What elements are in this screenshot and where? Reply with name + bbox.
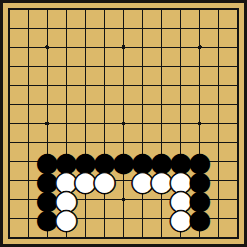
intersection[interactable] — [95, 114, 114, 133]
intersection[interactable]: ● — [57, 171, 76, 190]
intersection[interactable] — [57, 228, 76, 247]
intersection[interactable] — [209, 95, 228, 114]
white-stone[interactable]: ● — [150, 171, 174, 190]
intersection[interactable] — [190, 0, 209, 19]
intersection[interactable] — [38, 0, 57, 19]
intersection[interactable] — [114, 57, 133, 76]
intersection[interactable] — [95, 190, 114, 209]
intersection[interactable] — [0, 190, 19, 209]
intersection[interactable] — [133, 190, 152, 209]
intersection[interactable]: ● — [38, 209, 57, 228]
intersection[interactable] — [209, 171, 228, 190]
intersection[interactable] — [57, 38, 76, 57]
intersection[interactable] — [133, 19, 152, 38]
intersection[interactable] — [76, 95, 95, 114]
white-stone[interactable]: ● — [54, 171, 78, 190]
intersection[interactable] — [209, 133, 228, 152]
intersection[interactable] — [171, 19, 190, 38]
intersection[interactable] — [190, 133, 209, 152]
intersection[interactable] — [19, 76, 38, 95]
intersection[interactable]: ● — [95, 152, 114, 171]
white-stone[interactable]: ● — [93, 171, 117, 190]
black-stone[interactable]: ● — [131, 152, 155, 171]
intersection[interactable] — [152, 114, 171, 133]
intersection[interactable]: ● — [95, 171, 114, 190]
intersection[interactable] — [133, 114, 152, 133]
intersection[interactable] — [0, 95, 19, 114]
intersection[interactable] — [228, 19, 247, 38]
intersection[interactable] — [171, 95, 190, 114]
intersection[interactable] — [209, 114, 228, 133]
black-stone[interactable]: ● — [35, 152, 59, 171]
intersection[interactable] — [57, 19, 76, 38]
intersection[interactable] — [57, 114, 76, 133]
intersection[interactable] — [133, 57, 152, 76]
intersection[interactable] — [171, 57, 190, 76]
intersection[interactable] — [19, 19, 38, 38]
intersection[interactable] — [0, 19, 19, 38]
intersection[interactable] — [76, 209, 95, 228]
intersection[interactable] — [38, 19, 57, 38]
intersection[interactable] — [38, 228, 57, 247]
intersection[interactable]: ● — [57, 190, 76, 209]
intersection[interactable] — [19, 95, 38, 114]
intersection[interactable] — [95, 228, 114, 247]
intersection[interactable] — [19, 209, 38, 228]
intersection[interactable] — [171, 76, 190, 95]
intersection[interactable]: ● — [114, 152, 133, 171]
intersection[interactable] — [209, 190, 228, 209]
intersection[interactable] — [152, 19, 171, 38]
intersection[interactable]: ● — [76, 152, 95, 171]
intersection[interactable] — [57, 76, 76, 95]
intersection[interactable] — [57, 0, 76, 19]
intersection[interactable] — [190, 76, 209, 95]
intersection[interactable] — [0, 0, 19, 19]
intersection[interactable] — [133, 228, 152, 247]
intersection[interactable]: ● — [38, 171, 57, 190]
intersection[interactable] — [38, 76, 57, 95]
white-stone[interactable]: ● — [169, 209, 193, 228]
white-stone[interactable]: ● — [169, 171, 193, 190]
intersection[interactable] — [133, 0, 152, 19]
black-stone[interactable]: ● — [188, 209, 212, 228]
intersection[interactable] — [0, 114, 19, 133]
intersection[interactable]: ● — [76, 171, 95, 190]
intersection[interactable]: ● — [57, 209, 76, 228]
intersection[interactable] — [19, 152, 38, 171]
intersection[interactable]: ● — [190, 209, 209, 228]
intersection[interactable]: ● — [190, 190, 209, 209]
intersection[interactable] — [228, 152, 247, 171]
intersection[interactable] — [38, 57, 57, 76]
intersection[interactable] — [0, 38, 19, 57]
intersection[interactable] — [19, 190, 38, 209]
intersection[interactable] — [114, 171, 133, 190]
intersection[interactable] — [228, 0, 247, 19]
intersection[interactable] — [95, 0, 114, 19]
intersection[interactable] — [209, 57, 228, 76]
black-stone[interactable]: ● — [74, 152, 98, 171]
intersection[interactable]: ● — [133, 171, 152, 190]
intersection[interactable]: ● — [57, 152, 76, 171]
intersection[interactable] — [190, 38, 209, 57]
intersection[interactable] — [152, 228, 171, 247]
intersection[interactable]: ● — [38, 190, 57, 209]
intersection[interactable] — [190, 228, 209, 247]
intersection[interactable] — [76, 19, 95, 38]
intersection[interactable] — [19, 0, 38, 19]
intersection[interactable] — [95, 57, 114, 76]
intersection[interactable] — [38, 38, 57, 57]
black-stone[interactable]: ● — [35, 190, 59, 209]
intersection[interactable] — [95, 209, 114, 228]
intersection[interactable] — [228, 114, 247, 133]
white-stone[interactable]: ● — [131, 171, 155, 190]
intersection[interactable] — [0, 76, 19, 95]
intersection[interactable] — [152, 209, 171, 228]
intersection[interactable] — [228, 76, 247, 95]
black-stone[interactable]: ● — [54, 152, 78, 171]
intersection[interactable] — [57, 95, 76, 114]
intersection[interactable] — [19, 171, 38, 190]
intersection[interactable] — [0, 209, 19, 228]
intersection[interactable] — [133, 95, 152, 114]
black-stone[interactable]: ● — [35, 171, 59, 190]
intersection[interactable] — [190, 114, 209, 133]
intersection[interactable] — [209, 38, 228, 57]
intersection[interactable] — [133, 209, 152, 228]
intersection[interactable]: ● — [171, 190, 190, 209]
intersection[interactable] — [228, 171, 247, 190]
intersection[interactable] — [228, 38, 247, 57]
intersection[interactable] — [19, 133, 38, 152]
intersection[interactable] — [133, 76, 152, 95]
intersection[interactable]: ● — [171, 171, 190, 190]
intersection[interactable] — [114, 76, 133, 95]
intersection[interactable] — [76, 133, 95, 152]
white-stone[interactable]: ● — [54, 209, 78, 228]
intersection[interactable]: ● — [171, 152, 190, 171]
intersection[interactable] — [190, 57, 209, 76]
go-board-diagram: ●●●●●●●●●●●●●●●●●●●●●●●●● — [0, 0, 247, 247]
black-stone[interactable]: ● — [150, 152, 174, 171]
intersection[interactable] — [209, 76, 228, 95]
intersection[interactable] — [0, 57, 19, 76]
intersection[interactable]: ● — [152, 152, 171, 171]
intersection[interactable] — [38, 133, 57, 152]
intersection[interactable] — [190, 95, 209, 114]
intersection[interactable] — [152, 133, 171, 152]
intersection[interactable] — [133, 133, 152, 152]
intersection[interactable] — [19, 228, 38, 247]
goban-grid: ●●●●●●●●●●●●●●●●●●●●●●●●● — [0, 0, 247, 247]
intersection[interactable] — [171, 38, 190, 57]
black-stone[interactable]: ● — [112, 152, 136, 171]
intersection[interactable] — [228, 228, 247, 247]
intersection[interactable] — [114, 19, 133, 38]
intersection[interactable]: ● — [171, 209, 190, 228]
black-stone[interactable]: ● — [188, 190, 212, 209]
intersection[interactable] — [228, 57, 247, 76]
intersection[interactable] — [95, 38, 114, 57]
intersection[interactable] — [152, 190, 171, 209]
black-stone[interactable]: ● — [93, 152, 117, 171]
intersection[interactable]: ● — [38, 152, 57, 171]
white-stone[interactable]: ● — [54, 190, 78, 209]
intersection[interactable] — [76, 114, 95, 133]
intersection[interactable] — [19, 38, 38, 57]
intersection[interactable]: ● — [190, 152, 209, 171]
intersection[interactable] — [152, 76, 171, 95]
intersection[interactable] — [38, 114, 57, 133]
intersection[interactable] — [228, 209, 247, 228]
intersection[interactable] — [114, 38, 133, 57]
intersection[interactable] — [152, 0, 171, 19]
intersection[interactable] — [0, 152, 19, 171]
intersection[interactable] — [76, 0, 95, 19]
intersection[interactable] — [19, 57, 38, 76]
intersection[interactable] — [76, 38, 95, 57]
intersection[interactable] — [114, 209, 133, 228]
intersection[interactable] — [0, 133, 19, 152]
intersection[interactable] — [152, 57, 171, 76]
intersection[interactable] — [76, 57, 95, 76]
intersection[interactable] — [19, 114, 38, 133]
intersection[interactable] — [76, 190, 95, 209]
intersection[interactable]: ● — [152, 171, 171, 190]
black-stone[interactable]: ● — [169, 152, 193, 171]
intersection[interactable] — [114, 133, 133, 152]
intersection[interactable] — [209, 228, 228, 247]
intersection[interactable] — [171, 114, 190, 133]
intersection[interactable] — [38, 95, 57, 114]
intersection[interactable]: ● — [133, 152, 152, 171]
intersection[interactable] — [95, 95, 114, 114]
white-stone[interactable]: ● — [74, 171, 98, 190]
intersection[interactable] — [95, 133, 114, 152]
intersection[interactable] — [57, 133, 76, 152]
intersection[interactable] — [209, 152, 228, 171]
intersection[interactable] — [76, 228, 95, 247]
black-stone[interactable]: ● — [188, 171, 212, 190]
intersection[interactable] — [228, 133, 247, 152]
black-stone[interactable]: ● — [188, 152, 212, 171]
intersection[interactable] — [209, 0, 228, 19]
intersection[interactable] — [114, 228, 133, 247]
intersection[interactable] — [0, 228, 19, 247]
intersection[interactable] — [228, 190, 247, 209]
intersection[interactable]: ● — [190, 171, 209, 190]
intersection[interactable] — [190, 19, 209, 38]
intersection[interactable] — [171, 0, 190, 19]
intersection[interactable] — [209, 209, 228, 228]
intersection[interactable] — [209, 19, 228, 38]
intersection[interactable] — [114, 114, 133, 133]
intersection[interactable] — [0, 171, 19, 190]
intersection[interactable] — [95, 19, 114, 38]
intersection[interactable] — [152, 38, 171, 57]
intersection[interactable] — [95, 76, 114, 95]
intersection[interactable] — [171, 228, 190, 247]
black-stone[interactable]: ● — [35, 209, 59, 228]
intersection[interactable] — [228, 95, 247, 114]
intersection[interactable] — [76, 76, 95, 95]
intersection[interactable] — [57, 57, 76, 76]
intersection[interactable] — [114, 190, 133, 209]
intersection[interactable] — [152, 95, 171, 114]
intersection[interactable] — [171, 133, 190, 152]
intersection[interactable] — [114, 95, 133, 114]
white-stone[interactable]: ● — [169, 190, 193, 209]
intersection[interactable] — [114, 0, 133, 19]
intersection[interactable] — [133, 38, 152, 57]
